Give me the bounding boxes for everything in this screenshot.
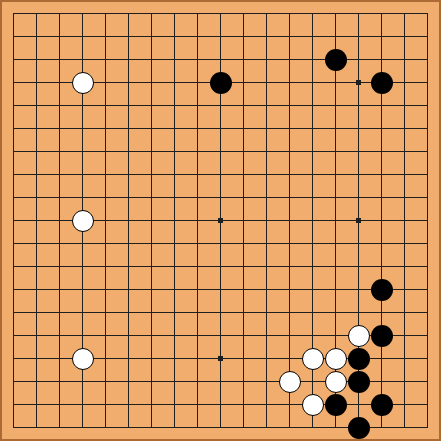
intersection-D6[interactable]: [71, 301, 94, 324]
intersection-K15[interactable]: [209, 94, 232, 117]
intersection-J14[interactable]: [186, 117, 209, 140]
intersection-O14[interactable]: [301, 117, 324, 140]
intersection-N11[interactable]: [278, 186, 301, 209]
intersection-E17[interactable]: [94, 48, 117, 71]
intersection-T12[interactable]: [416, 163, 439, 186]
intersection-D1[interactable]: [71, 416, 94, 439]
intersection-Q15[interactable]: [347, 94, 370, 117]
intersection-E10[interactable]: [94, 209, 117, 232]
intersection-D4[interactable]: [71, 347, 94, 370]
intersection-F11[interactable]: [117, 186, 140, 209]
intersection-L2[interactable]: [232, 393, 255, 416]
intersection-M11[interactable]: [255, 186, 278, 209]
intersection-D3[interactable]: [71, 370, 94, 393]
intersection-K7[interactable]: [209, 278, 232, 301]
intersection-R1[interactable]: [370, 416, 393, 439]
intersection-A2[interactable]: [2, 393, 25, 416]
intersection-R12[interactable]: [370, 163, 393, 186]
intersection-J9[interactable]: [186, 232, 209, 255]
intersection-B19[interactable]: [25, 2, 48, 25]
intersection-S19[interactable]: [393, 2, 416, 25]
intersection-T3[interactable]: [416, 370, 439, 393]
intersection-K9[interactable]: [209, 232, 232, 255]
intersection-J13[interactable]: [186, 140, 209, 163]
intersection-O2[interactable]: [301, 393, 324, 416]
intersection-S6[interactable]: [393, 301, 416, 324]
intersection-B1[interactable]: [25, 416, 48, 439]
intersection-T6[interactable]: [416, 301, 439, 324]
intersection-F12[interactable]: [117, 163, 140, 186]
intersection-M10[interactable]: [255, 209, 278, 232]
intersection-C17[interactable]: [48, 48, 71, 71]
intersection-E19[interactable]: [94, 2, 117, 25]
intersection-F18[interactable]: [117, 25, 140, 48]
intersection-K14[interactable]: [209, 117, 232, 140]
intersection-B6[interactable]: [25, 301, 48, 324]
intersection-B4[interactable]: [25, 347, 48, 370]
intersection-N3[interactable]: [278, 370, 301, 393]
intersection-T16[interactable]: [416, 71, 439, 94]
intersection-R4[interactable]: [370, 347, 393, 370]
intersection-N14[interactable]: [278, 117, 301, 140]
intersection-E15[interactable]: [94, 94, 117, 117]
intersection-G12[interactable]: [140, 163, 163, 186]
intersection-M1[interactable]: [255, 416, 278, 439]
intersection-C16[interactable]: [48, 71, 71, 94]
intersection-E7[interactable]: [94, 278, 117, 301]
intersection-O11[interactable]: [301, 186, 324, 209]
intersection-R3[interactable]: [370, 370, 393, 393]
intersection-R13[interactable]: [370, 140, 393, 163]
intersection-T10[interactable]: [416, 209, 439, 232]
intersection-L13[interactable]: [232, 140, 255, 163]
intersection-G11[interactable]: [140, 186, 163, 209]
intersection-F5[interactable]: [117, 324, 140, 347]
intersection-D19[interactable]: [71, 2, 94, 25]
intersection-C5[interactable]: [48, 324, 71, 347]
intersection-H12[interactable]: [163, 163, 186, 186]
intersection-O3[interactable]: [301, 370, 324, 393]
intersection-T2[interactable]: [416, 393, 439, 416]
intersection-K4[interactable]: [209, 347, 232, 370]
intersection-L10[interactable]: [232, 209, 255, 232]
intersection-F2[interactable]: [117, 393, 140, 416]
intersection-J4[interactable]: [186, 347, 209, 370]
intersection-O10[interactable]: [301, 209, 324, 232]
intersection-P18[interactable]: [324, 25, 347, 48]
intersection-Q11[interactable]: [347, 186, 370, 209]
intersection-S16[interactable]: [393, 71, 416, 94]
intersection-A19[interactable]: [2, 2, 25, 25]
intersection-M8[interactable]: [255, 255, 278, 278]
intersection-H8[interactable]: [163, 255, 186, 278]
intersection-E5[interactable]: [94, 324, 117, 347]
intersection-L19[interactable]: [232, 2, 255, 25]
intersection-M14[interactable]: [255, 117, 278, 140]
intersection-R14[interactable]: [370, 117, 393, 140]
intersection-M18[interactable]: [255, 25, 278, 48]
intersection-D18[interactable]: [71, 25, 94, 48]
intersection-F15[interactable]: [117, 94, 140, 117]
intersection-H4[interactable]: [163, 347, 186, 370]
intersection-K10[interactable]: [209, 209, 232, 232]
intersection-C2[interactable]: [48, 393, 71, 416]
intersection-H3[interactable]: [163, 370, 186, 393]
intersection-H9[interactable]: [163, 232, 186, 255]
intersection-E14[interactable]: [94, 117, 117, 140]
intersection-H7[interactable]: [163, 278, 186, 301]
intersection-L17[interactable]: [232, 48, 255, 71]
intersection-P13[interactable]: [324, 140, 347, 163]
intersection-S3[interactable]: [393, 370, 416, 393]
intersection-O8[interactable]: [301, 255, 324, 278]
intersection-T5[interactable]: [416, 324, 439, 347]
intersection-D17[interactable]: [71, 48, 94, 71]
intersection-A12[interactable]: [2, 163, 25, 186]
intersection-T17[interactable]: [416, 48, 439, 71]
intersection-L7[interactable]: [232, 278, 255, 301]
intersection-P5[interactable]: [324, 324, 347, 347]
intersection-R19[interactable]: [370, 2, 393, 25]
intersection-C13[interactable]: [48, 140, 71, 163]
intersection-E11[interactable]: [94, 186, 117, 209]
intersection-T19[interactable]: [416, 2, 439, 25]
intersection-C8[interactable]: [48, 255, 71, 278]
intersection-S9[interactable]: [393, 232, 416, 255]
intersection-H11[interactable]: [163, 186, 186, 209]
intersection-R5[interactable]: [370, 324, 393, 347]
intersection-O6[interactable]: [301, 301, 324, 324]
intersection-J16[interactable]: [186, 71, 209, 94]
intersection-A17[interactable]: [2, 48, 25, 71]
intersection-O5[interactable]: [301, 324, 324, 347]
intersection-S15[interactable]: [393, 94, 416, 117]
intersection-P12[interactable]: [324, 163, 347, 186]
intersection-A16[interactable]: [2, 71, 25, 94]
intersection-M13[interactable]: [255, 140, 278, 163]
intersection-O4[interactable]: [301, 347, 324, 370]
intersection-P8[interactable]: [324, 255, 347, 278]
intersection-J3[interactable]: [186, 370, 209, 393]
intersection-H17[interactable]: [163, 48, 186, 71]
intersection-L18[interactable]: [232, 25, 255, 48]
intersection-P16[interactable]: [324, 71, 347, 94]
intersection-E4[interactable]: [94, 347, 117, 370]
intersection-J15[interactable]: [186, 94, 209, 117]
intersection-K16[interactable]: [209, 71, 232, 94]
intersection-G9[interactable]: [140, 232, 163, 255]
intersection-Q16[interactable]: [347, 71, 370, 94]
intersection-A7[interactable]: [2, 278, 25, 301]
intersection-J12[interactable]: [186, 163, 209, 186]
intersection-A4[interactable]: [2, 347, 25, 370]
intersection-L1[interactable]: [232, 416, 255, 439]
intersection-O19[interactable]: [301, 2, 324, 25]
intersection-C19[interactable]: [48, 2, 71, 25]
intersection-G14[interactable]: [140, 117, 163, 140]
intersection-L16[interactable]: [232, 71, 255, 94]
intersection-G18[interactable]: [140, 25, 163, 48]
intersection-A8[interactable]: [2, 255, 25, 278]
intersection-E9[interactable]: [94, 232, 117, 255]
intersection-D12[interactable]: [71, 163, 94, 186]
intersection-C15[interactable]: [48, 94, 71, 117]
intersection-B15[interactable]: [25, 94, 48, 117]
intersection-G2[interactable]: [140, 393, 163, 416]
intersection-M6[interactable]: [255, 301, 278, 324]
intersection-S11[interactable]: [393, 186, 416, 209]
intersection-N16[interactable]: [278, 71, 301, 94]
intersection-N4[interactable]: [278, 347, 301, 370]
intersection-G4[interactable]: [140, 347, 163, 370]
intersection-B17[interactable]: [25, 48, 48, 71]
intersection-P9[interactable]: [324, 232, 347, 255]
intersection-R17[interactable]: [370, 48, 393, 71]
intersection-G16[interactable]: [140, 71, 163, 94]
intersection-Q8[interactable]: [347, 255, 370, 278]
intersection-G10[interactable]: [140, 209, 163, 232]
intersection-A1[interactable]: [2, 416, 25, 439]
intersection-G3[interactable]: [140, 370, 163, 393]
intersection-T13[interactable]: [416, 140, 439, 163]
intersection-K2[interactable]: [209, 393, 232, 416]
intersection-H5[interactable]: [163, 324, 186, 347]
intersection-E2[interactable]: [94, 393, 117, 416]
intersection-T4[interactable]: [416, 347, 439, 370]
intersection-D8[interactable]: [71, 255, 94, 278]
intersection-Q17[interactable]: [347, 48, 370, 71]
intersection-N13[interactable]: [278, 140, 301, 163]
intersection-L11[interactable]: [232, 186, 255, 209]
intersection-O9[interactable]: [301, 232, 324, 255]
intersection-D2[interactable]: [71, 393, 94, 416]
intersection-F17[interactable]: [117, 48, 140, 71]
intersection-N6[interactable]: [278, 301, 301, 324]
intersection-E13[interactable]: [94, 140, 117, 163]
intersection-M9[interactable]: [255, 232, 278, 255]
intersection-K5[interactable]: [209, 324, 232, 347]
intersection-C12[interactable]: [48, 163, 71, 186]
intersection-F8[interactable]: [117, 255, 140, 278]
intersection-R2[interactable]: [370, 393, 393, 416]
intersection-P2[interactable]: [324, 393, 347, 416]
intersection-B18[interactable]: [25, 25, 48, 48]
intersection-C18[interactable]: [48, 25, 71, 48]
intersection-P14[interactable]: [324, 117, 347, 140]
intersection-H13[interactable]: [163, 140, 186, 163]
intersection-F13[interactable]: [117, 140, 140, 163]
intersection-O16[interactable]: [301, 71, 324, 94]
intersection-E8[interactable]: [94, 255, 117, 278]
intersection-A15[interactable]: [2, 94, 25, 117]
intersection-H6[interactable]: [163, 301, 186, 324]
intersection-M15[interactable]: [255, 94, 278, 117]
intersection-J5[interactable]: [186, 324, 209, 347]
intersection-M5[interactable]: [255, 324, 278, 347]
intersection-E3[interactable]: [94, 370, 117, 393]
intersection-A3[interactable]: [2, 370, 25, 393]
intersection-N1[interactable]: [278, 416, 301, 439]
intersection-G19[interactable]: [140, 2, 163, 25]
intersection-M16[interactable]: [255, 71, 278, 94]
intersection-R18[interactable]: [370, 25, 393, 48]
intersection-Q4[interactable]: [347, 347, 370, 370]
intersection-F6[interactable]: [117, 301, 140, 324]
intersection-M7[interactable]: [255, 278, 278, 301]
intersection-Q1[interactable]: [347, 416, 370, 439]
intersection-S1[interactable]: [393, 416, 416, 439]
intersection-D10[interactable]: [71, 209, 94, 232]
intersection-N8[interactable]: [278, 255, 301, 278]
intersection-D5[interactable]: [71, 324, 94, 347]
intersection-J7[interactable]: [186, 278, 209, 301]
intersection-M2[interactable]: [255, 393, 278, 416]
intersection-H14[interactable]: [163, 117, 186, 140]
intersection-Q6[interactable]: [347, 301, 370, 324]
intersection-S4[interactable]: [393, 347, 416, 370]
intersection-J6[interactable]: [186, 301, 209, 324]
intersection-T11[interactable]: [416, 186, 439, 209]
intersection-A9[interactable]: [2, 232, 25, 255]
intersection-F7[interactable]: [117, 278, 140, 301]
intersection-E18[interactable]: [94, 25, 117, 48]
intersection-G17[interactable]: [140, 48, 163, 71]
intersection-G15[interactable]: [140, 94, 163, 117]
intersection-J8[interactable]: [186, 255, 209, 278]
intersection-E1[interactable]: [94, 416, 117, 439]
intersection-M4[interactable]: [255, 347, 278, 370]
intersection-D16[interactable]: [71, 71, 94, 94]
intersection-F16[interactable]: [117, 71, 140, 94]
intersection-S5[interactable]: [393, 324, 416, 347]
intersection-A14[interactable]: [2, 117, 25, 140]
intersection-S2[interactable]: [393, 393, 416, 416]
intersection-S12[interactable]: [393, 163, 416, 186]
intersection-D7[interactable]: [71, 278, 94, 301]
intersection-P10[interactable]: [324, 209, 347, 232]
intersection-H16[interactable]: [163, 71, 186, 94]
intersection-T14[interactable]: [416, 117, 439, 140]
intersection-P7[interactable]: [324, 278, 347, 301]
intersection-N12[interactable]: [278, 163, 301, 186]
intersection-F9[interactable]: [117, 232, 140, 255]
intersection-C6[interactable]: [48, 301, 71, 324]
intersection-T8[interactable]: [416, 255, 439, 278]
intersection-Q5[interactable]: [347, 324, 370, 347]
intersection-J11[interactable]: [186, 186, 209, 209]
intersection-O17[interactable]: [301, 48, 324, 71]
intersection-D11[interactable]: [71, 186, 94, 209]
intersection-N17[interactable]: [278, 48, 301, 71]
intersection-C11[interactable]: [48, 186, 71, 209]
intersection-G13[interactable]: [140, 140, 163, 163]
intersection-A6[interactable]: [2, 301, 25, 324]
intersection-Q14[interactable]: [347, 117, 370, 140]
intersection-O18[interactable]: [301, 25, 324, 48]
intersection-B12[interactable]: [25, 163, 48, 186]
intersection-A13[interactable]: [2, 140, 25, 163]
intersection-M12[interactable]: [255, 163, 278, 186]
intersection-H2[interactable]: [163, 393, 186, 416]
intersection-B9[interactable]: [25, 232, 48, 255]
intersection-C7[interactable]: [48, 278, 71, 301]
intersection-B8[interactable]: [25, 255, 48, 278]
intersection-S18[interactable]: [393, 25, 416, 48]
intersection-K19[interactable]: [209, 2, 232, 25]
intersection-N10[interactable]: [278, 209, 301, 232]
intersection-B5[interactable]: [25, 324, 48, 347]
intersection-E12[interactable]: [94, 163, 117, 186]
intersection-H19[interactable]: [163, 2, 186, 25]
intersection-Q19[interactable]: [347, 2, 370, 25]
intersection-F14[interactable]: [117, 117, 140, 140]
intersection-K18[interactable]: [209, 25, 232, 48]
intersection-T7[interactable]: [416, 278, 439, 301]
intersection-G1[interactable]: [140, 416, 163, 439]
intersection-Q9[interactable]: [347, 232, 370, 255]
intersection-H10[interactable]: [163, 209, 186, 232]
intersection-B16[interactable]: [25, 71, 48, 94]
intersection-L8[interactable]: [232, 255, 255, 278]
intersection-P17[interactable]: [324, 48, 347, 71]
intersection-G8[interactable]: [140, 255, 163, 278]
intersection-N5[interactable]: [278, 324, 301, 347]
intersection-C10[interactable]: [48, 209, 71, 232]
intersection-K6[interactable]: [209, 301, 232, 324]
intersection-F1[interactable]: [117, 416, 140, 439]
intersection-R15[interactable]: [370, 94, 393, 117]
intersection-C4[interactable]: [48, 347, 71, 370]
intersection-L5[interactable]: [232, 324, 255, 347]
intersection-A18[interactable]: [2, 25, 25, 48]
intersection-K12[interactable]: [209, 163, 232, 186]
intersection-J1[interactable]: [186, 416, 209, 439]
intersection-B11[interactable]: [25, 186, 48, 209]
intersection-E16[interactable]: [94, 71, 117, 94]
intersection-O15[interactable]: [301, 94, 324, 117]
intersection-Q3[interactable]: [347, 370, 370, 393]
intersection-L12[interactable]: [232, 163, 255, 186]
intersection-R10[interactable]: [370, 209, 393, 232]
intersection-C9[interactable]: [48, 232, 71, 255]
intersection-N9[interactable]: [278, 232, 301, 255]
intersection-S17[interactable]: [393, 48, 416, 71]
intersection-P3[interactable]: [324, 370, 347, 393]
intersection-S8[interactable]: [393, 255, 416, 278]
intersection-D9[interactable]: [71, 232, 94, 255]
intersection-L14[interactable]: [232, 117, 255, 140]
intersection-A5[interactable]: [2, 324, 25, 347]
intersection-D15[interactable]: [71, 94, 94, 117]
intersection-Q10[interactable]: [347, 209, 370, 232]
intersection-P6[interactable]: [324, 301, 347, 324]
intersection-L9[interactable]: [232, 232, 255, 255]
intersection-J17[interactable]: [186, 48, 209, 71]
intersection-S14[interactable]: [393, 117, 416, 140]
intersection-C14[interactable]: [48, 117, 71, 140]
intersection-R6[interactable]: [370, 301, 393, 324]
intersection-Q7[interactable]: [347, 278, 370, 301]
intersection-N2[interactable]: [278, 393, 301, 416]
intersection-K13[interactable]: [209, 140, 232, 163]
intersection-L6[interactable]: [232, 301, 255, 324]
intersection-T1[interactable]: [416, 416, 439, 439]
intersection-H18[interactable]: [163, 25, 186, 48]
intersection-S10[interactable]: [393, 209, 416, 232]
intersection-M3[interactable]: [255, 370, 278, 393]
intersection-B7[interactable]: [25, 278, 48, 301]
intersection-T15[interactable]: [416, 94, 439, 117]
